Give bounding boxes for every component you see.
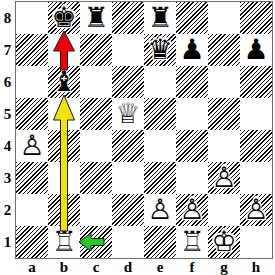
- square-b8[interactable]: ♚♚: [48, 2, 80, 34]
- square-e6[interactable]: [144, 66, 176, 98]
- piece-white-pawn[interactable]: ♙: [240, 194, 272, 226]
- square-e5[interactable]: [144, 98, 176, 130]
- square-d4[interactable]: [112, 130, 144, 162]
- chess-board[interactable]: ♚♚♜♜♜♜♛♛♟♟♟♟♝♝♛♕♟♙♟♙♟♙♟♙♟♙♜♖♜♖♚♔: [16, 2, 272, 258]
- square-c3[interactable]: [80, 162, 112, 194]
- rank-label-8: 8: [0, 2, 15, 34]
- piece-white-rook[interactable]: ♖: [176, 226, 208, 258]
- square-c5[interactable]: [80, 98, 112, 130]
- square-b7[interactable]: [48, 34, 80, 66]
- square-a8[interactable]: [16, 2, 48, 34]
- file-label-c: c: [80, 259, 112, 275]
- piece-black-king[interactable]: ♚: [48, 2, 80, 34]
- square-c6[interactable]: [80, 66, 112, 98]
- square-d8[interactable]: [112, 2, 144, 34]
- file-label-b: b: [48, 259, 80, 275]
- square-c8[interactable]: ♜♜: [80, 2, 112, 34]
- square-d6[interactable]: [112, 66, 144, 98]
- rank-label-7: 7: [0, 34, 15, 66]
- square-d5[interactable]: ♛♕: [112, 98, 144, 130]
- square-g6[interactable]: [208, 66, 240, 98]
- file-label-d: d: [112, 259, 144, 275]
- square-f5[interactable]: [176, 98, 208, 130]
- rank-label-5: 5: [0, 98, 15, 130]
- square-f1[interactable]: ♜♖: [176, 226, 208, 258]
- square-g7[interactable]: [208, 34, 240, 66]
- file-label-h: h: [240, 259, 272, 275]
- square-h8[interactable]: [240, 2, 272, 34]
- square-c2[interactable]: [80, 194, 112, 226]
- square-a4[interactable]: ♟♙: [16, 130, 48, 162]
- square-d2[interactable]: [112, 194, 144, 226]
- piece-black-pawn[interactable]: ♟: [176, 34, 208, 66]
- square-c1[interactable]: [80, 226, 112, 258]
- square-e1[interactable]: [144, 226, 176, 258]
- square-b3[interactable]: [48, 162, 80, 194]
- square-e2[interactable]: ♟♙: [144, 194, 176, 226]
- square-g3[interactable]: ♟♙: [208, 162, 240, 194]
- piece-white-pawn[interactable]: ♙: [208, 162, 240, 194]
- square-f6[interactable]: [176, 66, 208, 98]
- square-h1[interactable]: [240, 226, 272, 258]
- square-g5[interactable]: [208, 98, 240, 130]
- piece-black-rook[interactable]: ♜: [80, 2, 112, 34]
- piece-black-rook[interactable]: ♜: [144, 2, 176, 34]
- rank-label-1: 1: [0, 226, 15, 258]
- file-labels: abcdefgh: [16, 259, 272, 275]
- square-b2[interactable]: [48, 194, 80, 226]
- piece-black-pawn[interactable]: ♟: [240, 34, 272, 66]
- piece-black-queen[interactable]: ♛: [144, 34, 176, 66]
- square-e4[interactable]: [144, 130, 176, 162]
- rank-label-6: 6: [0, 66, 15, 98]
- square-h2[interactable]: ♟♙: [240, 194, 272, 226]
- square-c7[interactable]: [80, 34, 112, 66]
- file-label-e: e: [144, 259, 176, 275]
- square-b6[interactable]: ♝♝: [48, 66, 80, 98]
- square-e8[interactable]: ♜♜: [144, 2, 176, 34]
- square-b5[interactable]: [48, 98, 80, 130]
- rank-label-3: 3: [0, 162, 15, 194]
- square-d1[interactable]: [112, 226, 144, 258]
- square-c4[interactable]: [80, 130, 112, 162]
- piece-white-rook[interactable]: ♖: [48, 226, 80, 258]
- square-d7[interactable]: [112, 34, 144, 66]
- piece-white-pawn[interactable]: ♙: [176, 194, 208, 226]
- square-g2[interactable]: [208, 194, 240, 226]
- square-g8[interactable]: [208, 2, 240, 34]
- square-d3[interactable]: [112, 162, 144, 194]
- square-e7[interactable]: ♛♛: [144, 34, 176, 66]
- square-a5[interactable]: [16, 98, 48, 130]
- square-a2[interactable]: [16, 194, 48, 226]
- piece-white-queen[interactable]: ♕: [112, 98, 144, 130]
- square-a6[interactable]: [16, 66, 48, 98]
- square-a7[interactable]: [16, 34, 48, 66]
- square-f7[interactable]: ♟♟: [176, 34, 208, 66]
- piece-black-bishop[interactable]: ♝: [48, 66, 80, 98]
- piece-white-pawn[interactable]: ♙: [144, 194, 176, 226]
- chess-diagram: 87654321 ♚♚♜♜♜♜♛♛♟♟♟♟♝♝♛♕♟♙♟♙♟♙♟♙♟♙♜♖♜♖♚…: [0, 0, 275, 275]
- file-label-a: a: [16, 259, 48, 275]
- square-a1[interactable]: [16, 226, 48, 258]
- square-h6[interactable]: [240, 66, 272, 98]
- rank-label-2: 2: [0, 194, 15, 226]
- file-label-g: g: [208, 259, 240, 275]
- square-g4[interactable]: [208, 130, 240, 162]
- piece-white-pawn[interactable]: ♙: [16, 130, 48, 162]
- square-e3[interactable]: [144, 162, 176, 194]
- square-b4[interactable]: [48, 130, 80, 162]
- square-f4[interactable]: [176, 130, 208, 162]
- file-label-f: f: [176, 259, 208, 275]
- square-f8[interactable]: [176, 2, 208, 34]
- square-h7[interactable]: ♟♟: [240, 34, 272, 66]
- square-h3[interactable]: [240, 162, 272, 194]
- square-h5[interactable]: [240, 98, 272, 130]
- square-g1[interactable]: ♚♔: [208, 226, 240, 258]
- square-f3[interactable]: [176, 162, 208, 194]
- square-h4[interactable]: [240, 130, 272, 162]
- square-a3[interactable]: [16, 162, 48, 194]
- piece-white-king[interactable]: ♔: [208, 226, 240, 258]
- square-b1[interactable]: ♜♖: [48, 226, 80, 258]
- square-f2[interactable]: ♟♙: [176, 194, 208, 226]
